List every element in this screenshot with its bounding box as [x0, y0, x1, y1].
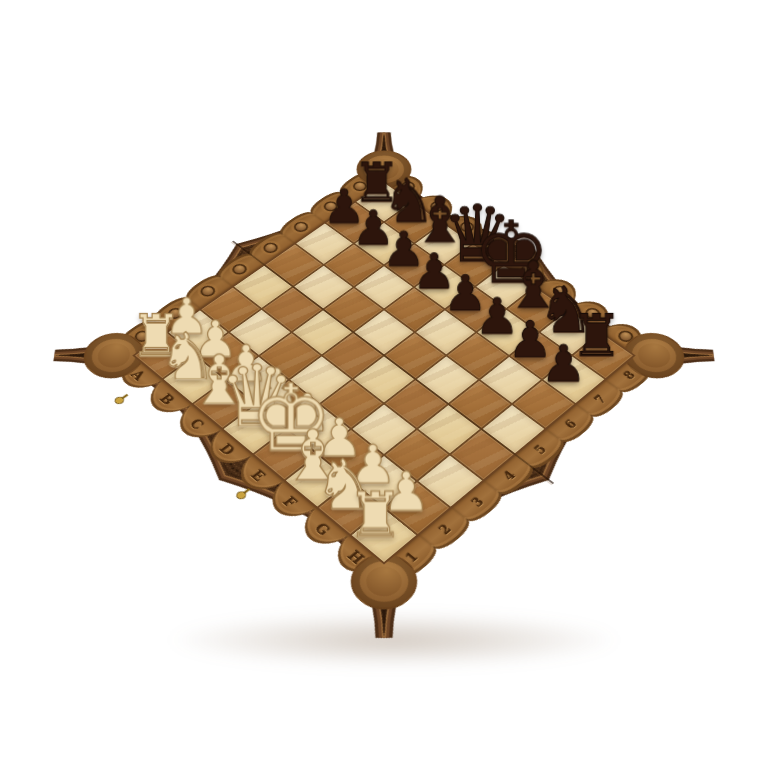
rank-label-6: 6	[564, 418, 580, 431]
file-label-g: G	[312, 521, 332, 537]
piece-black-pawn[interactable]: ♟	[541, 338, 584, 389]
rosette-ornament	[291, 219, 311, 233]
rosette-ornament	[229, 261, 249, 276]
rank-label-3: 3	[470, 496, 487, 509]
piece-white-rook[interactable]: ♜	[347, 483, 393, 546]
file-label-d: D	[217, 442, 236, 457]
rosette-ornament	[487, 240, 507, 254]
rank-label-5: 5	[533, 443, 549, 456]
rosette-ornament	[550, 283, 571, 298]
chess-board: ABCDEFGH 87654321 ♜♞♝♛♚♝♞♜♟♟♟♟♟♟♟♟♟♟♟♟♟♟…	[16, 110, 751, 676]
rosette-ornament	[321, 199, 341, 213]
rosette-ornament	[198, 283, 219, 298]
file-label-h: H	[345, 549, 366, 566]
rosette-ornament	[427, 199, 447, 213]
brass-latch	[113, 392, 130, 405]
rank-label-1: 1	[404, 550, 421, 564]
chess-set-photo: ABCDEFGH 87654321 ♜♞♝♛♚♝♞♜♟♟♟♟♟♟♟♟♟♟♟♟♟♟…	[0, 0, 768, 768]
file-label-c: C	[187, 417, 206, 431]
rank-label-2: 2	[438, 523, 455, 537]
rosette-ornament	[457, 219, 477, 233]
rosette-ornament	[518, 261, 538, 276]
file-label-f: F	[280, 495, 298, 510]
rosette-ornament	[261, 240, 281, 254]
